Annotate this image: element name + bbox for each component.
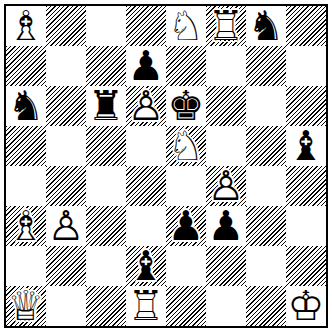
black-pawn-halo: ♟ [126, 46, 166, 86]
square-c6: ♜♜ [86, 86, 126, 126]
chess-diagram: ♝♗♞♘♜♖♞♞♟♟♞♞♜♜♟♙♚♚♞♘♝♝♟♙♝♗♟♙♟♟♟♟♝♝♛♕♜♖♚♔ [0, 0, 332, 332]
square-h6 [286, 86, 326, 126]
square-f5 [206, 126, 246, 166]
square-g6 [246, 86, 286, 126]
square-e6: ♚♚ [166, 86, 206, 126]
black-bishop-halo: ♝ [286, 126, 326, 166]
piece-white-pawn: ♙ [46, 206, 86, 246]
square-d7: ♟♟ [126, 46, 166, 86]
square-f2 [206, 246, 246, 286]
square-c5 [86, 126, 126, 166]
piece-black-knight: ♞ [246, 6, 286, 46]
piece-white-bishop: ♗ [6, 6, 46, 46]
piece-white-pawn: ♙ [206, 166, 246, 206]
square-d3 [126, 206, 166, 246]
piece-white-rook: ♖ [126, 286, 166, 326]
piece-white-pawn: ♙ [126, 86, 166, 126]
white-bishop-halo: ♝ [6, 206, 46, 246]
square-d1: ♜♖ [126, 286, 166, 326]
square-h5: ♝♝ [286, 126, 326, 166]
square-b7 [46, 46, 86, 86]
white-pawn-halo: ♟ [206, 166, 246, 206]
piece-white-queen: ♕ [6, 286, 46, 326]
square-d5 [126, 126, 166, 166]
square-a6: ♞♞ [6, 86, 46, 126]
square-f8: ♜♖ [206, 6, 246, 46]
square-g2 [246, 246, 286, 286]
square-h8 [286, 6, 326, 46]
square-d8 [126, 6, 166, 46]
square-h4 [286, 166, 326, 206]
square-b4 [46, 166, 86, 206]
square-g8: ♞♞ [246, 6, 286, 46]
piece-black-pawn: ♟ [206, 206, 246, 246]
square-f3: ♟♟ [206, 206, 246, 246]
square-a4 [6, 166, 46, 206]
square-d2: ♝♝ [126, 246, 166, 286]
square-e5: ♞♘ [166, 126, 206, 166]
piece-black-bishop: ♝ [286, 126, 326, 166]
square-b2 [46, 246, 86, 286]
square-d6: ♟♙ [126, 86, 166, 126]
square-c1 [86, 286, 126, 326]
square-e2 [166, 246, 206, 286]
white-pawn-halo: ♟ [46, 206, 86, 246]
black-king-halo: ♚ [166, 86, 206, 126]
square-h7 [286, 46, 326, 86]
square-e7 [166, 46, 206, 86]
black-pawn-halo: ♟ [166, 206, 206, 246]
square-g1 [246, 286, 286, 326]
square-c8 [86, 6, 126, 46]
square-e1 [166, 286, 206, 326]
square-h3 [286, 206, 326, 246]
square-c2 [86, 246, 126, 286]
piece-white-king: ♔ [286, 286, 326, 326]
white-king-halo: ♚ [286, 286, 326, 326]
square-b8 [46, 6, 86, 46]
square-d4 [126, 166, 166, 206]
square-g4 [246, 166, 286, 206]
chess-board: ♝♗♞♘♜♖♞♞♟♟♞♞♜♜♟♙♚♚♞♘♝♝♟♙♝♗♟♙♟♟♟♟♝♝♛♕♜♖♚♔ [4, 4, 328, 328]
piece-black-rook: ♜ [86, 86, 126, 126]
square-h2 [286, 246, 326, 286]
square-f6 [206, 86, 246, 126]
square-a2 [6, 246, 46, 286]
square-e8: ♞♘ [166, 6, 206, 46]
square-a5 [6, 126, 46, 166]
white-bishop-halo: ♝ [6, 6, 46, 46]
square-e4 [166, 166, 206, 206]
white-rook-halo: ♜ [126, 286, 166, 326]
square-b1 [46, 286, 86, 326]
black-pawn-halo: ♟ [206, 206, 246, 246]
piece-white-bishop: ♗ [6, 206, 46, 246]
piece-white-rook: ♖ [206, 6, 246, 46]
piece-white-knight: ♘ [166, 126, 206, 166]
white-knight-halo: ♞ [166, 6, 206, 46]
square-b6 [46, 86, 86, 126]
square-f7 [206, 46, 246, 86]
square-f1 [206, 286, 246, 326]
black-rook-halo: ♜ [86, 86, 126, 126]
square-e3: ♟♟ [166, 206, 206, 246]
square-c3 [86, 206, 126, 246]
square-b3: ♟♙ [46, 206, 86, 246]
square-c7 [86, 46, 126, 86]
square-f4: ♟♙ [206, 166, 246, 206]
square-a1: ♛♕ [6, 286, 46, 326]
square-g3 [246, 206, 286, 246]
square-a8: ♝♗ [6, 6, 46, 46]
black-bishop-halo: ♝ [126, 246, 166, 286]
black-knight-halo: ♞ [6, 86, 46, 126]
square-g7 [246, 46, 286, 86]
square-h1: ♚♔ [286, 286, 326, 326]
piece-black-pawn: ♟ [166, 206, 206, 246]
white-queen-halo: ♛ [6, 286, 46, 326]
square-a3: ♝♗ [6, 206, 46, 246]
square-g5 [246, 126, 286, 166]
black-knight-halo: ♞ [246, 6, 286, 46]
piece-white-knight: ♘ [166, 6, 206, 46]
square-b5 [46, 126, 86, 166]
piece-black-knight: ♞ [6, 86, 46, 126]
square-a7 [6, 46, 46, 86]
piece-black-bishop: ♝ [126, 246, 166, 286]
white-rook-halo: ♜ [206, 6, 246, 46]
piece-black-pawn: ♟ [126, 46, 166, 86]
white-pawn-halo: ♟ [126, 86, 166, 126]
square-c4 [86, 166, 126, 206]
piece-black-king: ♚ [166, 86, 206, 126]
white-knight-halo: ♞ [166, 126, 206, 166]
